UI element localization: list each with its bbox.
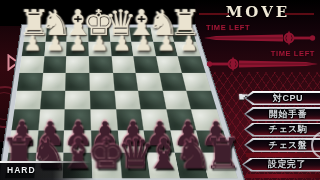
piece-white-pawn[interactable]: ♟: [68, 34, 86, 54]
menu-item-settings-done[interactable]: 設定完了: [242, 158, 320, 172]
menu-item-vs-cpu[interactable]: 対CPU: [244, 91, 320, 105]
square-c3[interactable]: [133, 57, 159, 73]
menu-item-label: 対CPU: [265, 92, 303, 105]
square-h5[interactable]: [14, 90, 41, 109]
piece-white-pawn[interactable]: ♟: [180, 34, 198, 54]
board-scene: ♜♞♝♚♛♝♞♜♟♟♟♟♟♟♟♟♟♟♟♟♟♟♟♟♜♞♝♚♛♝♞♜: [22, 25, 195, 180]
square-f3[interactable]: [66, 57, 89, 73]
board-grid: ♜♞♝♚♛♝♞♜♟♟♟♟♟♟♟♟♟♟♟♟♟♟♟♟♜♞♝♚♛♝♞♜: [5, 28, 238, 179]
square-g3[interactable]: [43, 57, 67, 73]
time-bar-sword-icon: [204, 30, 318, 46]
difficulty-rule: [0, 161, 92, 163]
square-c2[interactable]: ♟: [131, 42, 155, 57]
piece-white-pawn[interactable]: ♟: [135, 34, 153, 54]
piece-white-pawn[interactable]: ♟: [46, 34, 64, 54]
square-a4[interactable]: [182, 73, 211, 91]
square-h3[interactable]: [19, 57, 44, 73]
square-d3[interactable]: [111, 57, 136, 73]
square-h2[interactable]: ♟: [22, 42, 46, 57]
menu-item-first-move[interactable]: 開始手番: [244, 107, 320, 121]
menu-item-chess-board[interactable]: チェス盤: [244, 138, 320, 152]
square-b4[interactable]: [159, 73, 187, 91]
square-g4[interactable]: [41, 73, 66, 91]
menu-item-label: チェス盤: [261, 139, 308, 152]
square-b2[interactable]: ♟: [153, 42, 178, 57]
menu-item-label: チェス駒: [261, 123, 308, 136]
square-a2[interactable]: ♟: [174, 42, 200, 57]
title-rule-right: [285, 13, 314, 15]
piece-white-pawn[interactable]: ♟: [91, 34, 109, 54]
square-g5[interactable]: [40, 90, 66, 109]
square-e4[interactable]: [89, 73, 114, 91]
menu-item-label: 設定完了: [260, 158, 306, 171]
difficulty-badge: HARD: [0, 161, 96, 180]
square-c4[interactable]: [136, 73, 163, 91]
piece-white-pawn[interactable]: ♟: [113, 34, 131, 54]
menu-item-label: 開始手番: [261, 108, 307, 121]
square-d5[interactable]: [114, 90, 141, 109]
square-g2[interactable]: ♟: [44, 42, 67, 57]
square-d4[interactable]: [112, 73, 138, 91]
menu-separator-bar: [246, 153, 320, 157]
square-f2[interactable]: ♟: [66, 42, 88, 57]
square-f5[interactable]: [65, 90, 90, 109]
time-bar-sword-icon: [204, 56, 318, 72]
square-a5[interactable]: [187, 90, 217, 109]
square-f4[interactable]: [65, 73, 89, 91]
piece-white-pawn[interactable]: ♟: [24, 34, 42, 54]
square-e2[interactable]: ♟: [88, 42, 111, 57]
hand-cursor-icon: ☛: [238, 90, 249, 104]
square-d2[interactable]: ♟: [110, 42, 134, 57]
square-a8[interactable]: ♜: [202, 153, 237, 178]
square-h4[interactable]: [17, 73, 43, 91]
piece-black-rook[interactable]: ♜: [204, 134, 242, 176]
square-a3[interactable]: [178, 57, 205, 73]
menu-separator-bar: [246, 174, 320, 178]
page-title: MOVE: [200, 3, 316, 21]
square-e3[interactable]: [89, 57, 113, 73]
title-rule-left: [199, 13, 229, 15]
menu-item-chess-pieces[interactable]: チェス駒: [244, 123, 320, 137]
difficulty-label: HARD: [7, 165, 36, 175]
piece-white-pawn[interactable]: ♟: [157, 34, 175, 54]
square-c5[interactable]: [138, 90, 166, 109]
square-e5[interactable]: [90, 90, 116, 109]
